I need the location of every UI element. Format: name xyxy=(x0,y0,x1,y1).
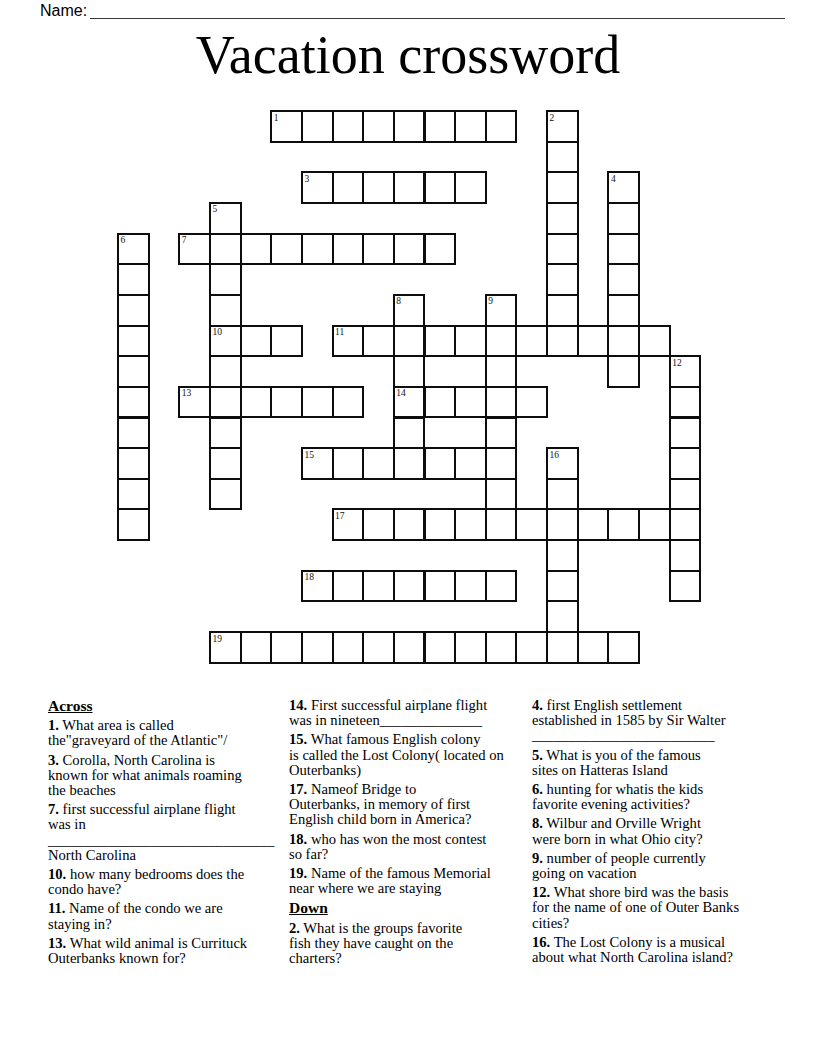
clue-down-9: 9. number of people currently going on v… xyxy=(532,851,780,881)
grid-cell-r9c11[interactable] xyxy=(454,386,487,419)
cell-number-5: 5 xyxy=(212,204,217,214)
grid-cell-r10c18[interactable] xyxy=(669,417,702,450)
clue-down-16: 16. The Lost Colony is a musical about w… xyxy=(532,935,780,965)
grid-cell-r7c13[interactable] xyxy=(515,325,548,358)
grid-cell-r9c7[interactable] xyxy=(332,386,365,419)
grid-cell-r12c12[interactable] xyxy=(485,478,518,511)
grid-cell-r15c11[interactable] xyxy=(454,570,487,603)
grid-cell-r2c9[interactable] xyxy=(393,171,426,204)
grid-cell-r9c5[interactable] xyxy=(270,386,303,419)
grid-cell-r11c8[interactable] xyxy=(362,447,395,480)
grid-cell-r6c14[interactable] xyxy=(546,294,579,327)
grid-cell-r3c14[interactable] xyxy=(546,202,579,235)
grid-cell-r15c12[interactable] xyxy=(485,570,518,603)
grid-cell-r5c16[interactable] xyxy=(607,263,640,296)
clue-text: Name of the famous Memorial near where w… xyxy=(289,865,491,896)
grid-cell-r2c7[interactable] xyxy=(332,171,365,204)
clue-number-label: 1. xyxy=(48,717,59,733)
grid-cell-r4c4[interactable] xyxy=(240,233,273,266)
grid-cell-r11c11[interactable] xyxy=(454,447,487,480)
page-title: Vacation crossword xyxy=(0,28,816,82)
clue-text: Wilbur and Orville Wright were born in w… xyxy=(532,815,703,846)
grid-cell-r7c16[interactable] xyxy=(607,325,640,358)
grid-cell-r10c0[interactable] xyxy=(117,417,150,450)
cell-number-12: 12 xyxy=(672,358,682,368)
grid-cell-r15c7[interactable] xyxy=(332,570,365,603)
clue-across-7: 7. first successful airplane flight was … xyxy=(48,802,281,863)
clue-number-label: 13. xyxy=(48,935,66,951)
cell-number-9: 9 xyxy=(488,296,493,306)
grid-cell-r4c16[interactable] xyxy=(607,233,640,266)
grid-cell-r9c4[interactable] xyxy=(240,386,273,419)
cell-number-6: 6 xyxy=(121,235,126,245)
clue-down-5: 5. What is you of the famous sites on Ha… xyxy=(532,748,780,778)
grid-cell-r7c8[interactable] xyxy=(362,325,395,358)
clue-number-label: 8. xyxy=(532,815,543,831)
grid-cell-r0c9[interactable] xyxy=(393,110,426,143)
clue-column-2: 14. First successful airplane flight was… xyxy=(289,698,535,970)
grid-cell-r17c15[interactable] xyxy=(577,631,610,664)
grid-cell-r1c14[interactable] xyxy=(546,141,579,174)
clue-number-label: 17. xyxy=(289,781,307,797)
grid-cell-r6c0[interactable] xyxy=(117,294,150,327)
cell-number-7: 7 xyxy=(182,235,187,245)
grid-cell-r0c7[interactable] xyxy=(332,110,365,143)
grid-cell-r9c18[interactable] xyxy=(669,386,702,419)
grid-cell-r7c17[interactable] xyxy=(638,325,671,358)
grid-cell-r15c18[interactable] xyxy=(669,570,702,603)
clue-text: First successful airplane flight was in … xyxy=(289,697,487,728)
grid-cell-r5c0[interactable] xyxy=(117,263,150,296)
clue-number-label: 4. xyxy=(532,697,543,713)
clue-number-label: 9. xyxy=(532,850,543,866)
grid-cell-r15c9[interactable] xyxy=(393,570,426,603)
grid-cell-r15c14[interactable] xyxy=(546,570,579,603)
grid-cell-r4c9[interactable] xyxy=(393,233,426,266)
grid-cell-r7c10[interactable] xyxy=(424,325,457,358)
grid-cell-r17c12[interactable] xyxy=(485,631,518,664)
grid-cell-r2c11[interactable] xyxy=(454,171,487,204)
clue-text: The Lost Colony is a musical about what … xyxy=(532,934,733,965)
clue-text: What shore bird was the basis for the na… xyxy=(532,884,739,930)
cell-number-16: 16 xyxy=(550,450,560,460)
clue-across-3: 3. Corolla, North Carolina is known for … xyxy=(48,753,281,799)
grid-cell-r5c3[interactable] xyxy=(209,263,242,296)
clue-text: What is the groups favorite fish they ha… xyxy=(289,920,462,966)
clue-number-label: 6. xyxy=(532,781,543,797)
clue-number-label: 2. xyxy=(289,920,300,936)
grid-cell-r13c11[interactable] xyxy=(454,508,487,541)
grid-cell-r9c3[interactable] xyxy=(209,386,242,419)
grid-cell-r16c14[interactable] xyxy=(546,600,579,633)
grid-cell-r7c11[interactable] xyxy=(454,325,487,358)
down-heading: Down xyxy=(289,900,535,915)
grid-cell-r17c6[interactable] xyxy=(301,631,334,664)
grid-cell-r12c18[interactable] xyxy=(669,478,702,511)
grid-cell-r14c18[interactable] xyxy=(669,539,702,572)
grid-cell-r13c17[interactable] xyxy=(638,508,671,541)
grid-cell-r12c3[interactable] xyxy=(209,478,242,511)
grid-cell-r17c7[interactable] xyxy=(332,631,365,664)
clue-number-label: 5. xyxy=(532,747,543,763)
cell-number-18: 18 xyxy=(304,572,314,582)
name-blank-line[interactable] xyxy=(90,18,785,19)
clue-number-label: 15. xyxy=(289,731,307,747)
grid-cell-r8c9[interactable] xyxy=(393,355,426,388)
grid-cell-r11c12[interactable] xyxy=(485,447,518,480)
clue-down-2: 2. What is the groups favorite fish they… xyxy=(289,921,535,967)
grid-cell-r6c16[interactable] xyxy=(607,294,640,327)
grid-cell-r12c14[interactable] xyxy=(546,478,579,511)
grid-cell-r7c9[interactable] xyxy=(393,325,426,358)
clue-text: how many bedrooms does the condo have? xyxy=(48,866,244,897)
cell-number-8: 8 xyxy=(396,296,401,306)
grid-cell-r4c14[interactable] xyxy=(546,233,579,266)
grid-cell-r13c12[interactable] xyxy=(485,508,518,541)
clue-number-label: 19. xyxy=(289,865,307,881)
clue-down-12: 12. What shore bird was the basis for th… xyxy=(532,885,780,931)
grid-cell-r7c12[interactable] xyxy=(485,325,518,358)
grid-cell-r8c0[interactable] xyxy=(117,355,150,388)
grid-cell-r2c8[interactable] xyxy=(362,171,395,204)
clue-text: first successful airplane flight was in … xyxy=(48,801,274,863)
clue-down-4: 4. first English settlement established … xyxy=(532,698,780,744)
grid-cell-r10c12[interactable] xyxy=(485,417,518,450)
grid-cell-r11c3[interactable] xyxy=(209,447,242,480)
grid-cell-r13c10[interactable] xyxy=(424,508,457,541)
grid-cell-r0c6[interactable] xyxy=(301,110,334,143)
cell-number-11: 11 xyxy=(335,327,344,337)
grid-cell-r11c7[interactable] xyxy=(332,447,365,480)
cell-number-19: 19 xyxy=(212,634,222,644)
clue-across-11: 11. Name of the condo we are staying in? xyxy=(48,901,281,931)
grid-cell-r14c14[interactable] xyxy=(546,539,579,572)
cell-number-17: 17 xyxy=(335,511,345,521)
grid-cell-r17c16[interactable] xyxy=(607,631,640,664)
clue-across-19: 19. Name of the famous Memorial near whe… xyxy=(289,866,535,896)
grid-cell-r7c4[interactable] xyxy=(240,325,273,358)
grid-cell-r2c10[interactable] xyxy=(424,171,457,204)
clue-text: hunting for whatis the kids favorite eve… xyxy=(532,781,703,812)
grid-cell-r2c14[interactable] xyxy=(546,171,579,204)
grid-cell-r8c16[interactable] xyxy=(607,355,640,388)
grid-cell-r3c16[interactable] xyxy=(607,202,640,235)
grid-cell-r0c12[interactable] xyxy=(485,110,518,143)
grid-cell-r8c12[interactable] xyxy=(485,355,518,388)
grid-cell-r17c5[interactable] xyxy=(270,631,303,664)
grid-cell-r11c0[interactable] xyxy=(117,447,150,480)
across-heading: Across xyxy=(48,698,281,713)
grid-cell-r4c6[interactable] xyxy=(301,233,334,266)
grid-cell-r4c7[interactable] xyxy=(332,233,365,266)
clue-text: What famous English colony is called the… xyxy=(289,731,504,777)
grid-cell-r0c11[interactable] xyxy=(454,110,487,143)
grid-cell-r7c0[interactable] xyxy=(117,325,150,358)
clue-number-label: 18. xyxy=(289,831,307,847)
clue-text: who has won the most contest so far? xyxy=(289,831,486,862)
clue-text: What wild animal is Currituck Outerbanks… xyxy=(48,935,247,966)
grid-cell-r13c13[interactable] xyxy=(515,508,548,541)
clue-number-label: 12. xyxy=(532,884,550,900)
clue-number-label: 14. xyxy=(289,697,307,713)
grid-cell-r13c16[interactable] xyxy=(607,508,640,541)
grid-cell-r9c13[interactable] xyxy=(515,386,548,419)
clue-across-18: 18. who has won the most contest so far? xyxy=(289,832,535,862)
grid-cell-r9c0[interactable] xyxy=(117,386,150,419)
grid-cell-r7c5[interactable] xyxy=(270,325,303,358)
grid-cell-r17c4[interactable] xyxy=(240,631,273,664)
cell-number-4: 4 xyxy=(611,174,616,184)
grid-cell-r17c8[interactable] xyxy=(362,631,395,664)
grid-cell-r7c14[interactable] xyxy=(546,325,579,358)
grid-cell-r9c10[interactable] xyxy=(424,386,457,419)
clue-across-17: 17. Nameof Bridge to Outerbanks, in memo… xyxy=(289,782,535,828)
grid-cell-r17c10[interactable] xyxy=(424,631,457,664)
cell-number-13: 13 xyxy=(182,388,192,398)
grid-cell-r5c14[interactable] xyxy=(546,263,579,296)
clue-across-13: 13. What wild animal is Currituck Outerb… xyxy=(48,936,281,966)
grid-cell-r4c8[interactable] xyxy=(362,233,395,266)
grid-cell-r0c10[interactable] xyxy=(424,110,457,143)
clue-text: first English settlement established in … xyxy=(532,697,726,743)
clue-across-14: 14. First successful airplane flight was… xyxy=(289,698,535,728)
cell-number-3: 3 xyxy=(304,174,309,184)
grid-cell-r13c8[interactable] xyxy=(362,508,395,541)
cell-number-1: 1 xyxy=(274,113,279,123)
grid-cell-r13c0[interactable] xyxy=(117,508,150,541)
grid-cell-r0c8[interactable] xyxy=(362,110,395,143)
grid-cell-r13c18[interactable] xyxy=(669,508,702,541)
name-label: Name: xyxy=(40,2,87,19)
grid-cell-r13c14[interactable] xyxy=(546,508,579,541)
cell-number-15: 15 xyxy=(304,450,314,460)
clue-text: number of people currently going on vaca… xyxy=(532,850,706,881)
crossword-grid: 12345678910111213141516171819 xyxy=(117,110,705,667)
grid-cell-r15c8[interactable] xyxy=(362,570,395,603)
clue-column-3: 4. first English settlement established … xyxy=(532,698,780,969)
clue-number-label: 11. xyxy=(48,900,65,916)
clue-across-15: 15. What famous English colony is called… xyxy=(289,732,535,778)
grid-cell-r8c3[interactable] xyxy=(209,355,242,388)
grid-cell-r4c10[interactable] xyxy=(424,233,457,266)
grid-cell-r7c15[interactable] xyxy=(577,325,610,358)
clue-number-label: 7. xyxy=(48,801,59,817)
grid-cell-r17c11[interactable] xyxy=(454,631,487,664)
clue-number-label: 10. xyxy=(48,866,66,882)
clue-text: What is you of the famous sites on Hatte… xyxy=(532,747,701,778)
clue-text: What area is called the"graveyard of the… xyxy=(48,717,227,748)
cell-number-2: 2 xyxy=(550,113,555,123)
clue-text: Name of the condo we are staying in? xyxy=(48,900,223,931)
cell-number-14: 14 xyxy=(396,388,406,398)
grid-cell-r13c15[interactable] xyxy=(577,508,610,541)
grid-cell-r17c9[interactable] xyxy=(393,631,426,664)
grid-cell-r12c0[interactable] xyxy=(117,478,150,511)
clue-text: Nameof Bridge to Outerbanks, in memory o… xyxy=(289,781,471,827)
grid-cell-r17c13[interactable] xyxy=(515,631,548,664)
name-row: Name: xyxy=(40,2,776,24)
clue-across-10: 10. how many bedrooms does the condo hav… xyxy=(48,867,281,897)
grid-cell-r6c3[interactable] xyxy=(209,294,242,327)
grid-cell-r9c6[interactable] xyxy=(301,386,334,419)
cell-number-10: 10 xyxy=(212,327,222,337)
grid-cell-r11c9[interactable] xyxy=(393,447,426,480)
clue-number-label: 16. xyxy=(532,934,550,950)
grid-cell-r4c3[interactable] xyxy=(209,233,242,266)
grid-cell-r4c5[interactable] xyxy=(270,233,303,266)
grid-cell-r11c10[interactable] xyxy=(424,447,457,480)
grid-cell-r13c9[interactable] xyxy=(393,508,426,541)
clue-across-1: 1. What area is called the"graveyard of … xyxy=(48,718,281,748)
clue-column-1: Across1. What area is called the"graveya… xyxy=(48,698,281,970)
grid-cell-r17c14[interactable] xyxy=(546,631,579,664)
grid-cell-r10c9[interactable] xyxy=(393,417,426,450)
grid-cell-r10c3[interactable] xyxy=(209,417,242,450)
clue-down-8: 8. Wilbur and Orville Wright were born i… xyxy=(532,816,780,846)
clue-text: Corolla, North Carolina is known for wha… xyxy=(48,752,242,798)
grid-cell-r9c12[interactable] xyxy=(485,386,518,419)
clue-number-label: 3. xyxy=(48,752,59,768)
grid-cell-r15c10[interactable] xyxy=(424,570,457,603)
grid-cell-r11c18[interactable] xyxy=(669,447,702,480)
clue-down-6: 6. hunting for whatis the kids favorite … xyxy=(532,782,780,812)
